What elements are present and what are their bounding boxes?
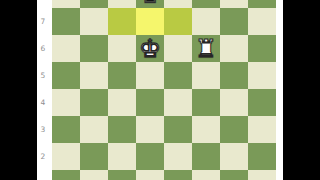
square-a1[interactable] [52,170,80,180]
square-b5[interactable] [80,62,108,89]
rank-label-7: 7 [37,18,49,26]
square-g2[interactable] [220,143,248,170]
rank-label-2: 2 [37,153,49,161]
square-a2[interactable] [52,143,80,170]
square-h8[interactable] [248,0,276,8]
square-c4[interactable] [108,89,136,116]
square-f5[interactable] [192,62,220,89]
square-d4[interactable] [136,89,164,116]
square-e3[interactable] [164,116,192,143]
square-d7[interactable] [136,8,164,35]
square-f2[interactable] [192,143,220,170]
square-a5[interactable] [52,62,80,89]
square-b1[interactable] [80,170,108,180]
square-a8[interactable] [52,0,80,8]
square-e2[interactable] [164,143,192,170]
square-d8[interactable]: ♚ [136,0,164,8]
square-g8[interactable] [220,0,248,8]
square-f7[interactable] [192,8,220,35]
square-e7[interactable] [164,8,192,35]
square-h7[interactable] [248,8,276,35]
square-d5[interactable] [136,62,164,89]
square-f8[interactable] [192,0,220,8]
square-h3[interactable] [248,116,276,143]
square-f4[interactable] [192,89,220,116]
rank-label-3: 3 [37,126,49,134]
square-b6[interactable] [80,35,108,62]
square-c2[interactable] [108,143,136,170]
square-g6[interactable] [220,35,248,62]
square-b4[interactable] [80,89,108,116]
square-g5[interactable] [220,62,248,89]
square-a6[interactable] [52,35,80,62]
rank-label-gutter: 765432 [37,0,52,180]
square-c5[interactable] [108,62,136,89]
square-h5[interactable] [248,62,276,89]
square-h1[interactable] [248,170,276,180]
square-d3[interactable] [136,116,164,143]
rank-label-6: 6 [37,45,49,53]
square-c8[interactable] [108,0,136,8]
square-a3[interactable] [52,116,80,143]
white-rook-piece[interactable]: ♜ [192,35,220,62]
app-window: 765432 ♚♚♜ [0,0,320,180]
rank-label-5: 5 [37,72,49,80]
square-a7[interactable] [52,8,80,35]
square-c1[interactable] [108,170,136,180]
square-h2[interactable] [248,143,276,170]
square-e1[interactable] [164,170,192,180]
square-e8[interactable] [164,0,192,8]
square-b3[interactable] [80,116,108,143]
square-e6[interactable] [164,35,192,62]
square-g1[interactable] [220,170,248,180]
square-g4[interactable] [220,89,248,116]
white-king-piece[interactable]: ♚ [136,35,164,62]
square-d2[interactable] [136,143,164,170]
square-c3[interactable] [108,116,136,143]
square-g7[interactable] [220,8,248,35]
square-e4[interactable] [164,89,192,116]
rank-label-4: 4 [37,99,49,107]
square-f1[interactable] [192,170,220,180]
square-c6[interactable] [108,35,136,62]
square-e5[interactable] [164,62,192,89]
square-b7[interactable] [80,8,108,35]
square-b2[interactable] [80,143,108,170]
square-h6[interactable] [248,35,276,62]
square-b8[interactable] [80,0,108,8]
chess-board: ♚♚♜ [52,0,276,180]
square-h4[interactable] [248,89,276,116]
square-c7[interactable] [108,8,136,35]
square-d1[interactable] [136,170,164,180]
square-d6[interactable]: ♚ [136,35,164,62]
black-king-piece[interactable]: ♚ [136,0,164,8]
square-f3[interactable] [192,116,220,143]
square-g3[interactable] [220,116,248,143]
square-f6[interactable]: ♜ [192,35,220,62]
square-a4[interactable] [52,89,80,116]
